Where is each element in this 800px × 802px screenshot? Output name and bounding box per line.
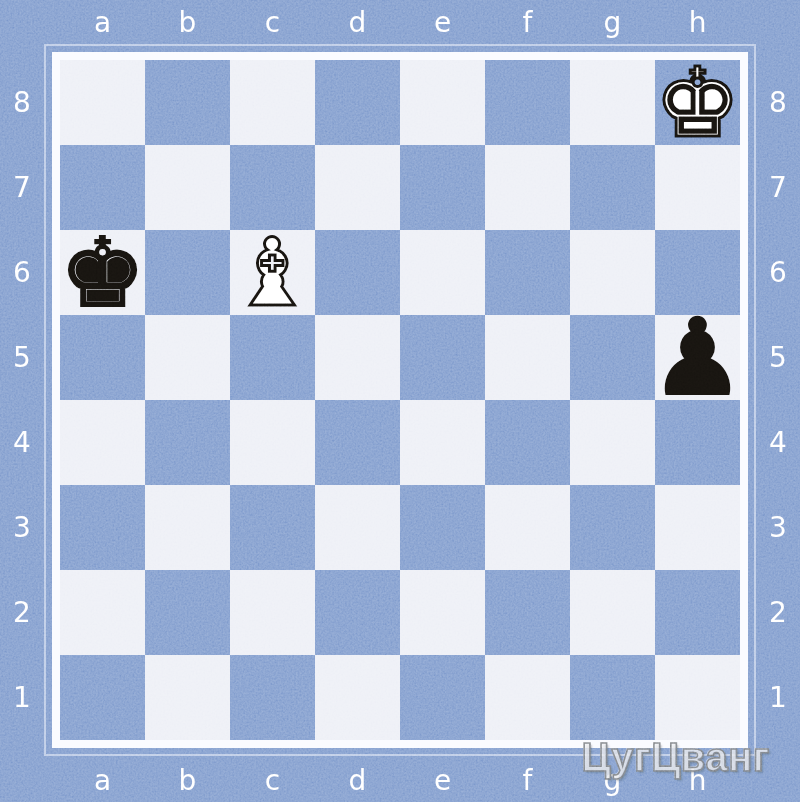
file-label-a: a: [60, 2, 145, 42]
file-label-h: h: [655, 2, 740, 42]
rank-label-5: 5: [0, 315, 44, 400]
black-pawn-outline: ♟: [650, 305, 745, 411]
square-e8[interactable]: [400, 60, 485, 145]
rank-label-1: 1: [0, 655, 44, 740]
square-a1[interactable]: [60, 655, 145, 740]
square-g8[interactable]: [570, 60, 655, 145]
square-h2[interactable]: [655, 570, 740, 655]
square-f3[interactable]: [485, 485, 570, 570]
white-king-outline: ♚: [654, 55, 740, 151]
rank-label-6: 6: [0, 230, 44, 315]
file-label-f: f: [485, 2, 570, 42]
square-d1[interactable]: [315, 655, 400, 740]
file-label-d: d: [315, 2, 400, 42]
square-d5[interactable]: [315, 315, 400, 400]
white-bishop[interactable]: ♝♝: [230, 230, 315, 315]
site-watermark: ЦугЦванг: [582, 735, 770, 780]
rank-label-2: 2: [0, 570, 44, 655]
square-b3[interactable]: [145, 485, 230, 570]
white-bishop-outline: ♝: [230, 226, 314, 320]
square-h5[interactable]: ♟♟: [655, 315, 740, 400]
rank-label-3: 3: [756, 485, 800, 570]
file-label-b: b: [145, 2, 230, 42]
black-pawn[interactable]: ♟♟: [655, 315, 740, 400]
square-f7[interactable]: [485, 145, 570, 230]
chess-diagram: abcdefgh abcdefgh 87654321 87654321 ♚♚♚♚…: [0, 0, 800, 802]
square-d2[interactable]: [315, 570, 400, 655]
square-g4[interactable]: [570, 400, 655, 485]
square-h8[interactable]: ♚♚: [655, 60, 740, 145]
square-e2[interactable]: [400, 570, 485, 655]
square-b4[interactable]: [145, 400, 230, 485]
file-label-g: g: [570, 2, 655, 42]
rank-label-8: 8: [0, 60, 44, 145]
square-c2[interactable]: [230, 570, 315, 655]
square-d4[interactable]: [315, 400, 400, 485]
square-f2[interactable]: [485, 570, 570, 655]
square-c1[interactable]: [230, 655, 315, 740]
square-g1[interactable]: [570, 655, 655, 740]
square-f6[interactable]: [485, 230, 570, 315]
rank-label-4: 4: [0, 400, 44, 485]
rank-label-8: 8: [756, 60, 800, 145]
square-d7[interactable]: [315, 145, 400, 230]
file-label-f: f: [485, 760, 570, 800]
square-e3[interactable]: [400, 485, 485, 570]
square-e1[interactable]: [400, 655, 485, 740]
square-g5[interactable]: [570, 315, 655, 400]
rank-labels-right: 87654321: [756, 60, 800, 740]
rank-label-1: 1: [756, 655, 800, 740]
file-label-c: c: [230, 760, 315, 800]
rank-label-3: 3: [0, 485, 44, 570]
square-d6[interactable]: [315, 230, 400, 315]
white-king[interactable]: ♚♚: [655, 60, 740, 145]
file-labels-top: abcdefgh: [60, 2, 740, 42]
board-frame: ♚♚♚♚♝♝♟♟: [44, 44, 756, 756]
square-a3[interactable]: [60, 485, 145, 570]
square-c3[interactable]: [230, 485, 315, 570]
square-h3[interactable]: [655, 485, 740, 570]
square-f1[interactable]: [485, 655, 570, 740]
black-king-outline: ♚: [59, 225, 145, 321]
square-e6[interactable]: [400, 230, 485, 315]
file-label-c: c: [230, 2, 315, 42]
file-label-d: d: [315, 760, 400, 800]
square-b2[interactable]: [145, 570, 230, 655]
square-e5[interactable]: [400, 315, 485, 400]
black-king[interactable]: ♚♚: [60, 230, 145, 315]
rank-label-7: 7: [756, 145, 800, 230]
file-label-e: e: [400, 2, 485, 42]
rank-label-4: 4: [756, 400, 800, 485]
square-b6[interactable]: [145, 230, 230, 315]
square-b5[interactable]: [145, 315, 230, 400]
rank-label-6: 6: [756, 230, 800, 315]
square-e7[interactable]: [400, 145, 485, 230]
square-c8[interactable]: [230, 60, 315, 145]
square-g2[interactable]: [570, 570, 655, 655]
square-a6[interactable]: ♚♚: [60, 230, 145, 315]
rank-labels-left: 87654321: [0, 60, 44, 740]
square-b8[interactable]: [145, 60, 230, 145]
square-b1[interactable]: [145, 655, 230, 740]
rank-label-7: 7: [0, 145, 44, 230]
square-g6[interactable]: [570, 230, 655, 315]
rank-label-2: 2: [756, 570, 800, 655]
square-f4[interactable]: [485, 400, 570, 485]
square-a4[interactable]: [60, 400, 145, 485]
rank-label-5: 5: [756, 315, 800, 400]
square-c4[interactable]: [230, 400, 315, 485]
square-g3[interactable]: [570, 485, 655, 570]
square-d8[interactable]: [315, 60, 400, 145]
file-label-b: b: [145, 760, 230, 800]
file-label-a: a: [60, 760, 145, 800]
square-a8[interactable]: [60, 60, 145, 145]
chess-board: ♚♚♚♚♝♝♟♟: [60, 60, 740, 740]
file-label-e: e: [400, 760, 485, 800]
square-g7[interactable]: [570, 145, 655, 230]
square-h1[interactable]: [655, 655, 740, 740]
square-c5[interactable]: [230, 315, 315, 400]
square-f8[interactable]: [485, 60, 570, 145]
square-b7[interactable]: [145, 145, 230, 230]
square-f5[interactable]: [485, 315, 570, 400]
square-d3[interactable]: [315, 485, 400, 570]
square-c6[interactable]: ♝♝: [230, 230, 315, 315]
square-a2[interactable]: [60, 570, 145, 655]
board-inner-frame: ♚♚♚♚♝♝♟♟: [52, 52, 748, 748]
square-e4[interactable]: [400, 400, 485, 485]
